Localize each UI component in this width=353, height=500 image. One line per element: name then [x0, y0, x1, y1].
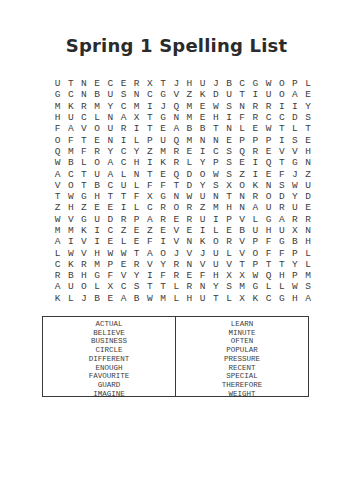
grid-cell-r2c12: K	[196, 89, 209, 100]
grid-cell-r8c9: K	[157, 157, 170, 168]
grid-cell-r20c18: G	[275, 293, 288, 304]
grid-cell-r14c13: L	[209, 225, 222, 236]
grid-cell-r20c7: B	[130, 293, 143, 304]
grid-cell-r10c6: U	[117, 180, 130, 191]
grid-cell-r1c14: B	[222, 78, 235, 89]
grid-cell-r8c2: B	[64, 157, 77, 168]
grid-cell-r13c4: U	[91, 214, 104, 225]
grid-cell-r7c14: S	[222, 146, 235, 157]
grid-cell-r11c20: D	[302, 191, 315, 202]
grid-cell-r6c1: O	[51, 134, 64, 145]
grid-cell-r20c6: A	[117, 293, 130, 304]
grid-cell-r10c16: K	[249, 180, 262, 191]
grid-cell-r2c10: V	[170, 89, 183, 100]
grid-cell-r1c17: W	[262, 78, 275, 89]
grid-cell-r14c1: M	[51, 225, 64, 236]
grid-cell-r10c11: D	[183, 180, 196, 191]
grid-cell-r1c20: L	[302, 78, 315, 89]
grid-cell-r5c16: E	[249, 123, 262, 134]
grid-cell-r1c15: C	[236, 78, 249, 89]
grid-cell-r13c7: P	[130, 214, 143, 225]
grid-cell-r12c3: Z	[77, 202, 90, 213]
grid-cell-r17c11: N	[183, 259, 196, 270]
grid-cell-r20c16: K	[249, 293, 262, 304]
grid-cell-r13c1: W	[51, 214, 64, 225]
grid-cell-r3c14: S	[222, 101, 235, 112]
grid-cell-r8c20: N	[302, 157, 315, 168]
grid-cell-r13c14: P	[222, 214, 235, 225]
grid-cell-r7c11: E	[183, 146, 196, 157]
grid-cell-r16c4: H	[91, 247, 104, 258]
grid-cell-r5c17: W	[262, 123, 275, 134]
grid-cell-r11c11: W	[183, 191, 196, 202]
grid-cell-r20c20: A	[302, 293, 315, 304]
grid-cell-r18c4: G	[91, 270, 104, 281]
word-item-pressure: PRESSURE	[176, 355, 308, 364]
grid-cell-r20c9: M	[157, 293, 170, 304]
grid-cell-r1c4: E	[91, 78, 104, 89]
grid-cell-r3c3: R	[77, 101, 90, 112]
grid-cell-r1c6: E	[117, 78, 130, 89]
grid-cell-r4c16: R	[249, 112, 262, 123]
grid-cell-r9c19: J	[288, 168, 301, 179]
grid-cell-r14c8: Z	[143, 225, 156, 236]
grid-cell-r11c12: U	[196, 191, 209, 202]
grid-cell-r16c3: V	[77, 247, 90, 258]
grid-cell-r9c18: F	[275, 168, 288, 179]
grid-cell-r18c2: B	[64, 270, 77, 281]
grid-cell-r4c13: H	[209, 112, 222, 123]
grid-cell-r20c8: W	[143, 293, 156, 304]
grid-cell-r6c12: N	[196, 134, 209, 145]
grid-cell-r13c20: R	[302, 214, 315, 225]
grid-cell-r17c8: V	[143, 259, 156, 270]
grid-cell-r3c20: Y	[302, 101, 315, 112]
grid-cell-r19c7: S	[130, 281, 143, 292]
grid-cell-r15c18: G	[275, 236, 288, 247]
grid-cell-r6c20: E	[302, 134, 315, 145]
grid-cell-r6c7: L	[130, 134, 143, 145]
grid-cell-r11c4: H	[91, 191, 104, 202]
grid-cell-r15c9: I	[157, 236, 170, 247]
grid-cell-r11c5: T	[104, 191, 117, 202]
grid-cell-r9c12: O	[196, 168, 209, 179]
grid-cell-r12c5: E	[104, 202, 117, 213]
grid-cell-r19c2: U	[64, 281, 77, 292]
grid-cell-r7c5: Y	[104, 146, 117, 157]
grid-cell-r8c13: P	[209, 157, 222, 168]
word-item-special: SPECIAL	[176, 372, 308, 381]
grid-cell-r17c1: C	[51, 259, 64, 270]
page-title: Spring 1 Spelling List	[0, 0, 353, 56]
grid-cell-r10c7: L	[130, 180, 143, 191]
grid-cell-r13c3: G	[77, 214, 90, 225]
grid-cell-r20c17: C	[262, 293, 275, 304]
grid-cell-r15c3: V	[77, 236, 90, 247]
grid-cell-r3c15: N	[236, 101, 249, 112]
grid-cell-r2c16: I	[249, 89, 262, 100]
grid-cell-r5c4: O	[91, 123, 104, 134]
grid-cell-r18c1: R	[51, 270, 64, 281]
grid-cell-r4c17: C	[262, 112, 275, 123]
grid-cell-r3c8: I	[143, 101, 156, 112]
grid-cell-r2c4: B	[91, 89, 104, 100]
grid-cell-r14c2: M	[64, 225, 77, 236]
grid-cell-r16c8: A	[143, 247, 156, 258]
grid-cell-r11c14: T	[222, 191, 235, 202]
grid-cell-r3c7: M	[130, 101, 143, 112]
grid-cell-r8c17: Q	[262, 157, 275, 168]
word-item-popular: POPULAR	[176, 346, 308, 355]
grid-cell-r11c16: R	[249, 191, 262, 202]
grid-cell-r7c12: I	[196, 146, 209, 157]
grid-cell-r20c2: L	[64, 293, 77, 304]
grid-cell-r15c5: E	[104, 236, 117, 247]
grid-cell-r11c7: F	[130, 191, 143, 202]
grid-cell-r5c1: F	[51, 123, 64, 134]
grid-cell-r16c2: W	[64, 247, 77, 258]
grid-cell-r13c6: R	[117, 214, 130, 225]
grid-cell-r4c18: C	[275, 112, 288, 123]
grid-cell-r3c9: J	[157, 101, 170, 112]
grid-cell-r12c12: Z	[196, 202, 209, 213]
grid-cell-r13c8: A	[143, 214, 156, 225]
grid-cell-r10c15: O	[236, 180, 249, 191]
grid-cell-r11c10: N	[170, 191, 183, 202]
grid-cell-r17c20: L	[302, 259, 315, 270]
grid-cell-r13c19: R	[288, 214, 301, 225]
grid-cell-r11c9: G	[157, 191, 170, 202]
grid-cell-r5c6: R	[117, 123, 130, 134]
grid-cell-r4c12: E	[196, 112, 209, 123]
grid-cell-r16c1: L	[51, 247, 64, 258]
grid-cell-r4c11: M	[183, 112, 196, 123]
grid-cell-r12c8: C	[143, 202, 156, 213]
grid-cell-r15c20: H	[302, 236, 315, 247]
grid-cell-r20c14: L	[222, 293, 235, 304]
grid-cell-r5c5: U	[104, 123, 117, 134]
grid-cell-r8c15: E	[236, 157, 249, 168]
grid-cell-r2c1: G	[51, 89, 64, 100]
grid-cell-r12c14: H	[222, 202, 235, 213]
grid-cell-r15c1: A	[51, 236, 64, 247]
grid-cell-r18c5: F	[104, 270, 117, 281]
grid-cell-r14c9: E	[157, 225, 170, 236]
grid-cell-r19c12: N	[196, 281, 209, 292]
grid-cell-r16c10: J	[170, 247, 183, 258]
grid-cell-r19c20: S	[302, 281, 315, 292]
grid-cell-r20c10: L	[170, 293, 183, 304]
grid-cell-r18c18: H	[275, 270, 288, 281]
grid-cell-r15c16: P	[249, 236, 262, 247]
grid-cell-r14c6: Z	[117, 225, 130, 236]
grid-cell-r20c15: X	[236, 293, 249, 304]
grid-cell-r4c2: U	[64, 112, 77, 123]
grid-cell-r16c5: W	[104, 247, 117, 258]
grid-cell-r1c19: P	[288, 78, 301, 89]
grid-cell-r19c6: C	[117, 281, 130, 292]
grid-cell-r10c20: U	[302, 180, 315, 191]
grid-cell-r15c7: E	[130, 236, 143, 247]
grid-cell-r9c10: Q	[170, 168, 183, 179]
grid-cell-r14c5: C	[104, 225, 117, 236]
grid-cell-r2c6: S	[117, 89, 130, 100]
grid-cell-r13c2: V	[64, 214, 77, 225]
grid-cell-r6c13: N	[209, 134, 222, 145]
grid-cell-r14c11: E	[183, 225, 196, 236]
grid-cell-r4c7: X	[130, 112, 143, 123]
grid-cell-r9c16: I	[249, 168, 262, 179]
grid-cell-r8c11: L	[183, 157, 196, 168]
grid-cell-r16c7: T	[130, 247, 143, 258]
grid-cell-r5c9: E	[157, 123, 170, 134]
grid-cell-r6c5: N	[104, 134, 117, 145]
grid-cell-r18c7: Y	[130, 270, 143, 281]
grid-cell-r15c10: V	[170, 236, 183, 247]
grid-cell-r19c17: L	[262, 281, 275, 292]
grid-cell-r10c3: T	[77, 180, 90, 191]
grid-cell-r12c17: U	[262, 202, 275, 213]
grid-cell-r17c3: R	[77, 259, 90, 270]
grid-cell-r2c18: O	[275, 89, 288, 100]
grid-cell-r9c6: L	[117, 168, 130, 179]
word-item-minute: MINUTE	[176, 329, 308, 338]
grid-cell-r14c18: U	[275, 225, 288, 236]
grid-cell-r12c15: N	[236, 202, 249, 213]
grid-cell-r13c18: A	[275, 214, 288, 225]
grid-cell-r12c16: A	[249, 202, 262, 213]
grid-cell-r16c20: L	[302, 247, 315, 258]
grid-cell-r5c11: B	[183, 123, 196, 134]
grid-cell-r1c2: T	[64, 78, 77, 89]
grid-cell-r17c14: V	[222, 259, 235, 270]
grid-cell-r6c8: P	[143, 134, 156, 145]
grid-cell-r14c10: V	[170, 225, 183, 236]
grid-cell-r15c13: O	[209, 236, 222, 247]
grid-cell-r16c16: O	[249, 247, 262, 258]
grid-cell-r19c1: A	[51, 281, 64, 292]
grid-cell-r7c7: Y	[130, 146, 143, 157]
grid-cell-r5c10: A	[170, 123, 183, 134]
grid-cell-r6c2: F	[64, 134, 77, 145]
grid-cell-r19c5: X	[104, 281, 117, 292]
word-list-box: ACTUALBELIEVEBUSINESSCIRCLEDIFFERENTENOU…	[42, 316, 309, 397]
grid-cell-r9c13: W	[209, 168, 222, 179]
grid-cell-r18c14: X	[222, 270, 235, 281]
grid-cell-r20c5: E	[104, 293, 117, 304]
grid-cell-r6c19: S	[288, 134, 301, 145]
grid-cell-r6c6: I	[117, 134, 130, 145]
grid-cell-r3c12: E	[196, 101, 209, 112]
grid-cell-r1c5: C	[104, 78, 117, 89]
grid-cell-r9c20: Z	[302, 168, 315, 179]
grid-cell-r19c8: T	[143, 281, 156, 292]
word-list-right: LEARNMINUTEOFTENPOPULARPRESSURERECENTSPE…	[175, 317, 308, 396]
grid-cell-r16c15: V	[236, 247, 249, 258]
grid-cell-r14c20: N	[302, 225, 315, 236]
grid-cell-r1c11: H	[183, 78, 196, 89]
grid-cell-r2c5: U	[104, 89, 117, 100]
grid-cell-r11c1: T	[51, 191, 64, 202]
grid-cell-r17c15: T	[236, 259, 249, 270]
grid-cell-r7c13: C	[209, 146, 222, 157]
grid-cell-r20c3: J	[77, 293, 90, 304]
grid-cell-r14c16: U	[249, 225, 262, 236]
grid-cell-r11c15: N	[236, 191, 249, 202]
grid-cell-r4c15: F	[236, 112, 249, 123]
grid-cell-r6c10: Q	[170, 134, 183, 145]
grid-cell-r10c8: F	[143, 180, 156, 191]
word-item-enough: ENOUGH	[43, 364, 175, 373]
grid-cell-r2c17: U	[262, 89, 275, 100]
grid-cell-r13c16: L	[249, 214, 262, 225]
grid-cell-r9c8: T	[143, 168, 156, 179]
grid-cell-r5c8: T	[143, 123, 156, 134]
grid-cell-r13c12: U	[196, 214, 209, 225]
grid-cell-r1c8: X	[143, 78, 156, 89]
grid-cell-r18c6: V	[117, 270, 130, 281]
grid-cell-r7c4: R	[91, 146, 104, 157]
grid-cell-r20c11: H	[183, 293, 196, 304]
grid-cell-r7c2: M	[64, 146, 77, 157]
word-item-business: BUSINESS	[43, 337, 175, 346]
grid-cell-r12c4: E	[91, 202, 104, 213]
grid-cell-r12c11: R	[183, 202, 196, 213]
grid-cell-r9c17: E	[262, 168, 275, 179]
grid-cell-r3c1: M	[51, 101, 64, 112]
grid-cell-r14c7: E	[130, 225, 143, 236]
grid-cell-r5c2: A	[64, 123, 77, 134]
grid-cell-r14c4: I	[91, 225, 104, 236]
grid-cell-r12c10: O	[170, 202, 183, 213]
grid-cell-r4c20: S	[302, 112, 315, 123]
word-item-therefore: THEREFORE	[176, 381, 308, 390]
grid-cell-r5c18: T	[275, 123, 288, 134]
grid-cell-r18c3: H	[77, 270, 90, 281]
grid-cell-r16c18: F	[275, 247, 288, 258]
grid-cell-r14c14: E	[222, 225, 235, 236]
grid-cell-r9c5: A	[104, 168, 117, 179]
grid-cell-r18c11: E	[183, 270, 196, 281]
grid-cell-r3c6: C	[117, 101, 130, 112]
word-search-grid: UTNECERXTJHUJBCGWOPLGCNBUSNCGVZKDUTIUOAE…	[51, 78, 353, 304]
grid-cell-r17c6: E	[117, 259, 130, 270]
grid-cell-r11c13: N	[209, 191, 222, 202]
grid-cell-r2c9: G	[157, 89, 170, 100]
grid-cell-r2c15: T	[236, 89, 249, 100]
grid-cell-r16c14: L	[222, 247, 235, 258]
grid-cell-r13c11: R	[183, 214, 196, 225]
grid-cell-r16c11: V	[183, 247, 196, 258]
grid-cell-r15c19: B	[288, 236, 301, 247]
grid-cell-r5c14: N	[222, 123, 235, 134]
grid-cell-r6c14: E	[222, 134, 235, 145]
grid-cell-r17c17: T	[262, 259, 275, 270]
word-item-often: OFTEN	[176, 337, 308, 346]
grid-cell-r18c19: P	[288, 270, 301, 281]
grid-cell-r19c13: Y	[209, 281, 222, 292]
grid-cell-r3c10: Q	[170, 101, 183, 112]
grid-cell-r2c13: D	[209, 89, 222, 100]
grid-cell-r19c18: L	[275, 281, 288, 292]
worksheet-page: Spring 1 Spelling List UTNECERXTJHUJBCGW…	[0, 0, 353, 500]
word-item-imagine: IMAGINE	[43, 390, 175, 396]
grid-cell-r9c14: S	[222, 168, 235, 179]
grid-cell-r20c13: T	[209, 293, 222, 304]
grid-cell-r8c7: H	[130, 157, 143, 168]
grid-cell-r5c15: L	[236, 123, 249, 134]
grid-cell-r15c4: I	[91, 236, 104, 247]
grid-cell-r3c2: K	[64, 101, 77, 112]
grid-cell-r1c10: J	[170, 78, 183, 89]
grid-cell-r8c4: O	[91, 157, 104, 168]
grid-cell-r1c1: U	[51, 78, 64, 89]
grid-cell-r15c8: F	[143, 236, 156, 247]
grid-cell-r14c12: I	[196, 225, 209, 236]
grid-cell-r18c12: F	[196, 270, 209, 281]
grid-cell-r4c8: T	[143, 112, 156, 123]
grid-cell-r7c16: R	[249, 146, 262, 157]
grid-cell-r2c8: C	[143, 89, 156, 100]
grid-cell-r19c3: O	[77, 281, 90, 292]
grid-cell-r14c15: B	[236, 225, 249, 236]
grid-cell-r3c17: R	[262, 101, 275, 112]
grid-cell-r5c12: B	[196, 123, 209, 134]
grid-cell-r4c1: H	[51, 112, 64, 123]
grid-cell-r15c14: R	[222, 236, 235, 247]
grid-cell-r2c11: Z	[183, 89, 196, 100]
grid-cell-r1c3: N	[77, 78, 90, 89]
grid-cell-r13c9: R	[157, 214, 170, 225]
grid-cell-r9c2: C	[64, 168, 77, 179]
grid-cell-r16c13: U	[209, 247, 222, 258]
grid-cell-r12c1: Z	[51, 202, 64, 213]
grid-cell-r10c1: V	[51, 180, 64, 191]
grid-cell-r18c15: X	[236, 270, 249, 281]
grid-cell-r8c10: R	[170, 157, 183, 168]
grid-cell-r10c18: S	[275, 180, 288, 191]
grid-cell-r7c3: F	[77, 146, 90, 157]
grid-cell-r17c2: K	[64, 259, 77, 270]
grid-cell-r5c20: T	[302, 123, 315, 134]
grid-cell-r6c18: I	[275, 134, 288, 145]
grid-cell-r2c14: U	[222, 89, 235, 100]
grid-cell-r15c15: V	[236, 236, 249, 247]
grid-cell-r1c12: U	[196, 78, 209, 89]
grid-cell-r9c7: N	[130, 168, 143, 179]
grid-cell-r6c9: U	[157, 134, 170, 145]
grid-cell-r12c6: I	[117, 202, 130, 213]
grid-cell-r11c18: D	[275, 191, 288, 202]
grid-cell-r8c1: W	[51, 157, 64, 168]
grid-cell-r15c11: N	[183, 236, 196, 247]
grid-cell-r13c5: D	[104, 214, 117, 225]
grid-cell-r9c9: E	[157, 168, 170, 179]
grid-cell-r16c17: F	[262, 247, 275, 258]
grid-cell-r18c20: M	[302, 270, 315, 281]
grid-cell-r5c19: L	[288, 123, 301, 134]
grid-cell-r19c4: L	[91, 281, 104, 292]
grid-cell-r10c12: Y	[196, 180, 209, 191]
word-item-learn: LEARN	[176, 320, 308, 329]
grid-cell-r6c16: P	[249, 134, 262, 145]
word-item-guard: GUARD	[43, 381, 175, 390]
grid-cell-r19c11: R	[183, 281, 196, 292]
grid-cell-r7c9: M	[157, 146, 170, 157]
grid-cell-r17c19: Y	[288, 259, 301, 270]
grid-cell-r17c7: R	[130, 259, 143, 270]
word-item-actual: ACTUAL	[43, 320, 175, 329]
